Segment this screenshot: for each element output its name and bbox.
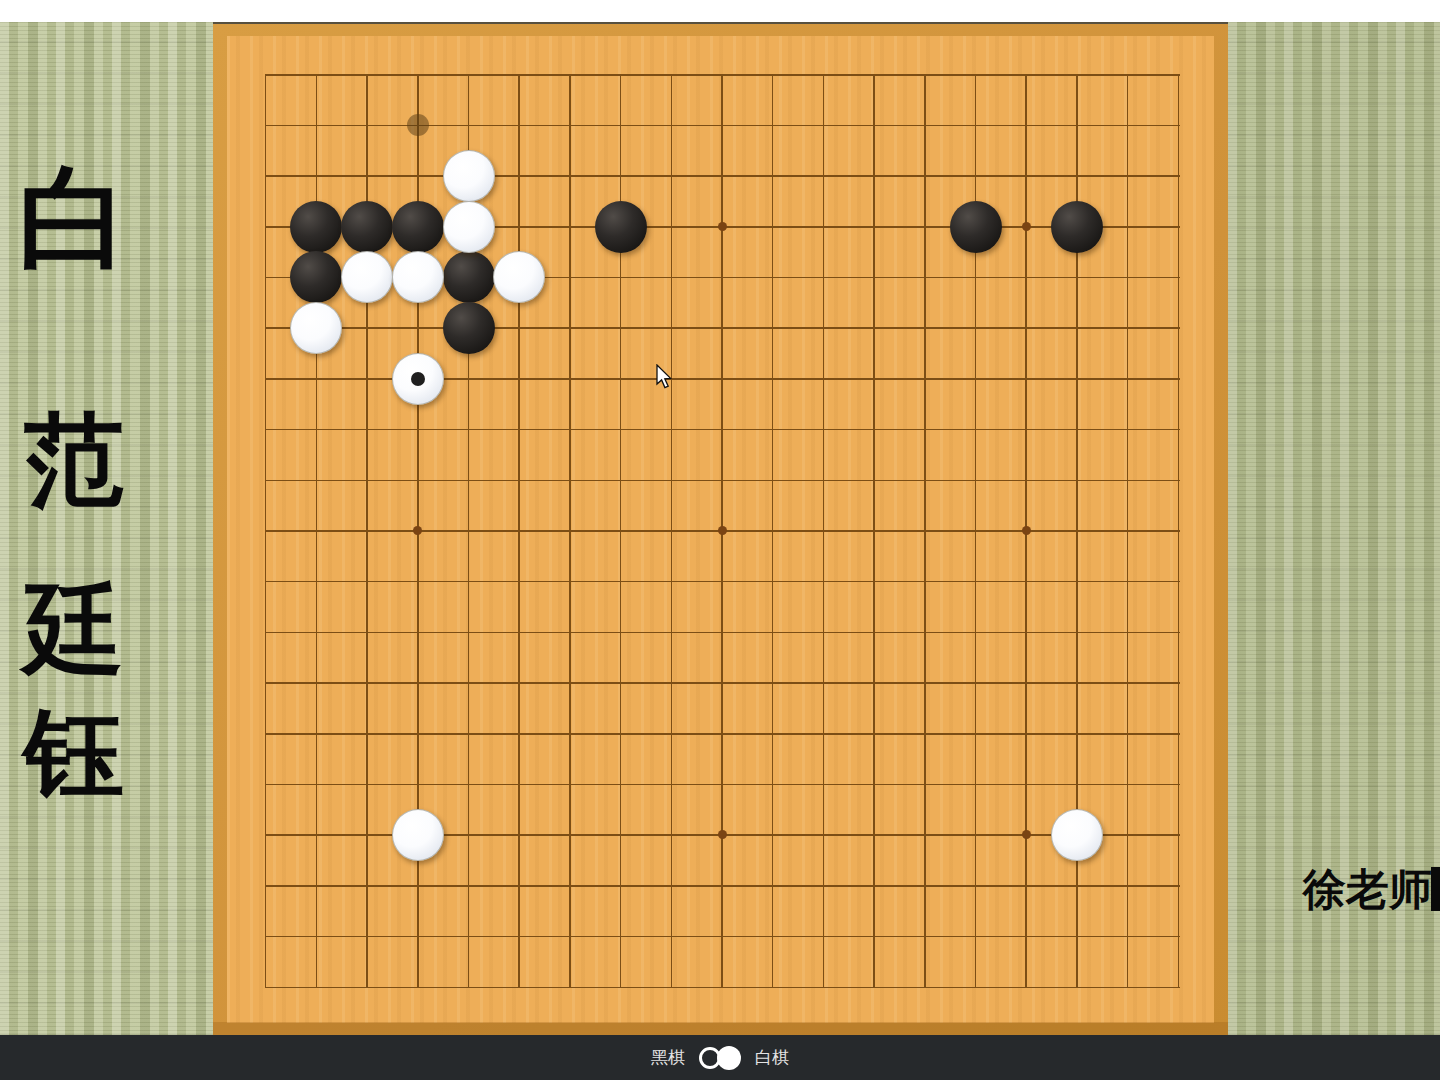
top-strip: [0, 0, 1440, 22]
star-point: [718, 830, 727, 839]
mouse-cursor-icon: [656, 364, 674, 390]
stone-color-toggle[interactable]: [698, 1045, 742, 1071]
star-point: [1022, 526, 1031, 535]
go-board[interactable]: [213, 22, 1228, 1035]
ghost-marker: [407, 114, 429, 136]
black-stones-label: 黑棋: [651, 1046, 685, 1069]
black-stone: [443, 251, 495, 303]
black-stone: [1051, 201, 1103, 253]
board-grid[interactable]: [265, 74, 1180, 989]
white-stone: [443, 150, 495, 202]
white-stones-label: 白棋: [755, 1046, 789, 1069]
white-stone: [443, 201, 495, 253]
clipped-character-fragment: [1431, 867, 1440, 911]
star-point: [718, 222, 727, 231]
black-stone: [595, 201, 647, 253]
star-point: [1022, 222, 1031, 231]
black-stone: [443, 302, 495, 354]
black-stone: [341, 201, 393, 253]
white-stone: [290, 302, 342, 354]
star-point: [1022, 830, 1031, 839]
screen: 白 范廷钰 徐老师 黑棋 白棋: [0, 0, 1440, 1080]
watermark-text: 徐老师: [1303, 861, 1432, 919]
black-stone: [392, 201, 444, 253]
black-stone: [950, 201, 1002, 253]
white-stone: [392, 251, 444, 303]
toggle-white-knob-icon: [717, 1046, 741, 1070]
white-stone: [392, 809, 444, 861]
black-stone: [290, 201, 342, 253]
white-stone: [341, 251, 393, 303]
white-stone: [392, 353, 444, 405]
tatami-background-left: [0, 22, 213, 1035]
last-move-marker: [411, 372, 425, 386]
bottom-toolbar: 黑棋 白棋: [0, 1035, 1440, 1080]
star-point: [413, 526, 422, 535]
black-stone: [290, 251, 342, 303]
white-stone: [493, 251, 545, 303]
board-surface[interactable]: [227, 36, 1214, 1023]
white-stone: [1051, 809, 1103, 861]
star-point: [718, 526, 727, 535]
